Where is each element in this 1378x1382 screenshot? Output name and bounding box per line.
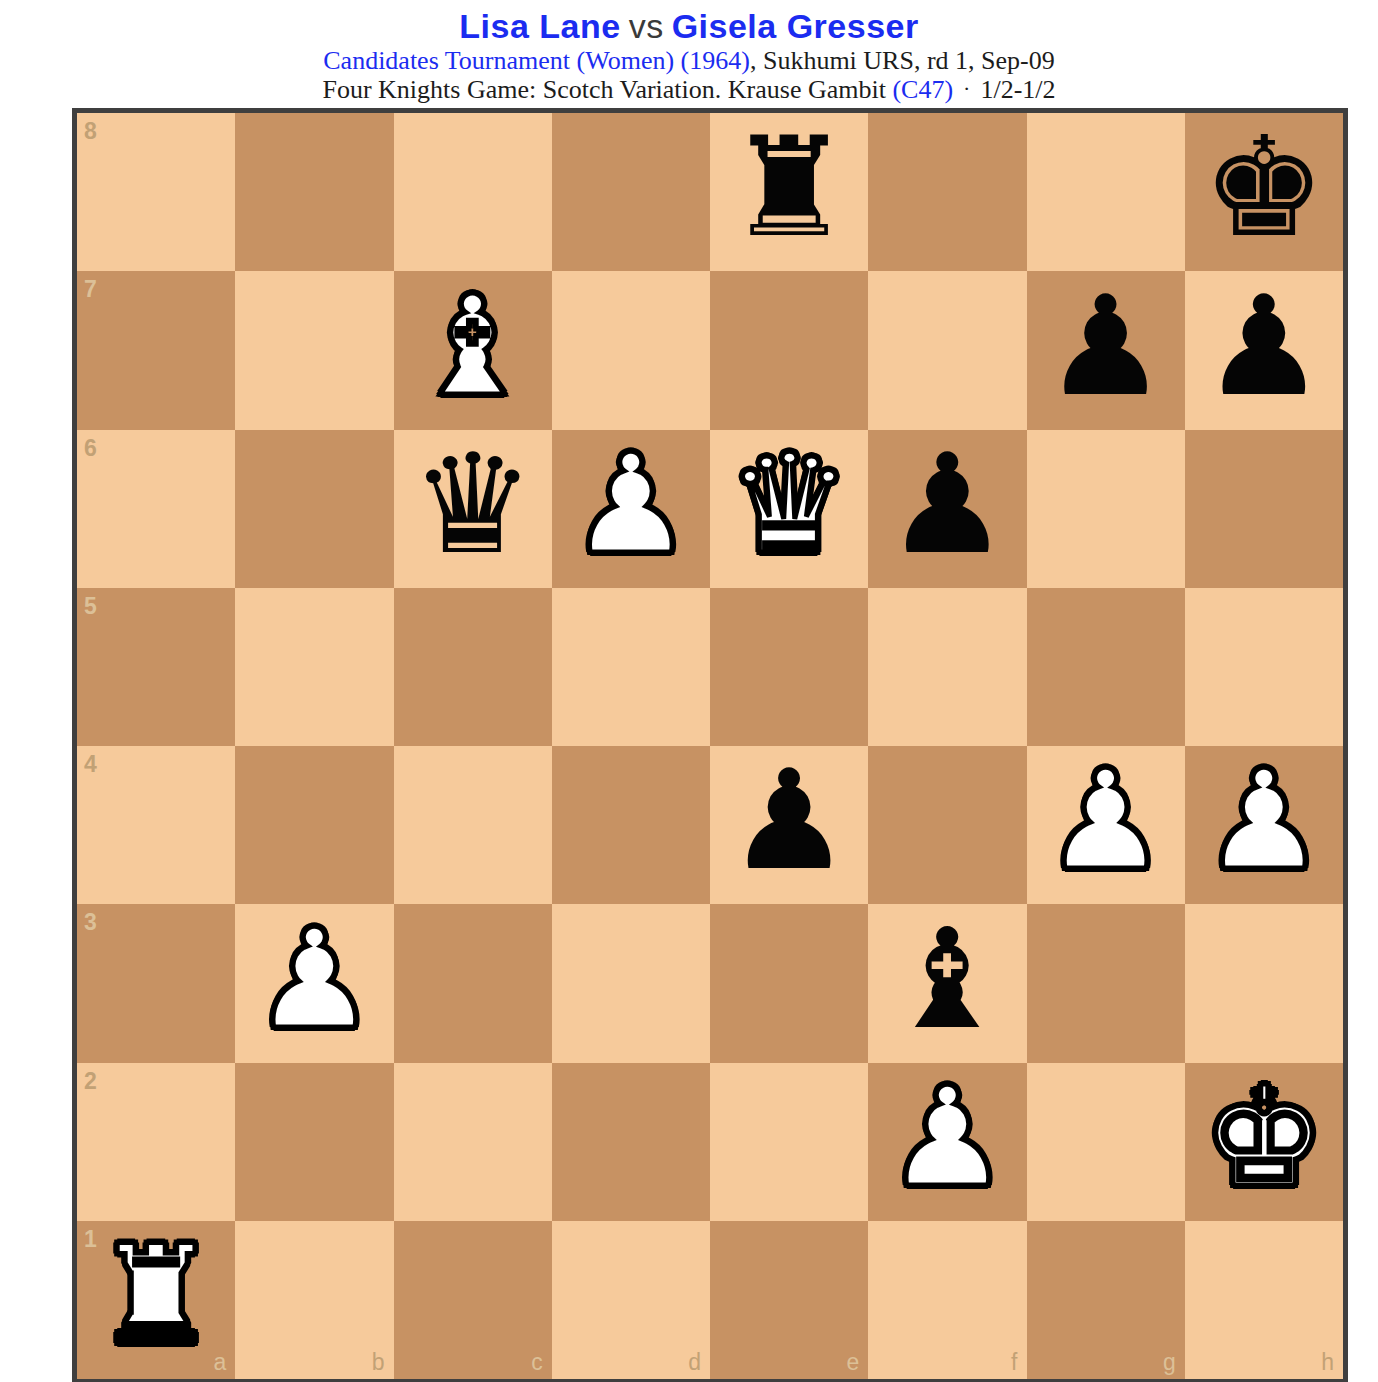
event-detail: , Sukhumi URS, rd 1, Sep-09	[750, 46, 1055, 75]
file-label-g: g	[1163, 1349, 1176, 1376]
file-label-f: f	[1011, 1349, 1017, 1376]
square-h8: ♚	[1185, 113, 1343, 271]
square-c4	[394, 746, 552, 904]
square-b3: ♟	[235, 904, 393, 1062]
square-g4: ♟	[1027, 746, 1185, 904]
square-g1: g	[1027, 1221, 1185, 1379]
square-a6: 6	[77, 430, 235, 588]
white-pawn-h4: ♟	[1202, 752, 1326, 890]
square-e8: ♜	[710, 113, 868, 271]
square-g8	[1027, 113, 1185, 271]
square-b1: b	[235, 1221, 393, 1379]
square-g5	[1027, 588, 1185, 746]
square-d5	[552, 588, 710, 746]
square-b2	[235, 1063, 393, 1221]
square-h7: ♟	[1185, 271, 1343, 429]
square-h1: h	[1185, 1221, 1343, 1379]
chess-board: 8♜♚7♝♟♟6♛♟♛♟54♟♟♟3♟♝2♟♚1a♜bcdefgh	[72, 108, 1348, 1382]
square-f8	[868, 113, 1026, 271]
square-h2: ♚	[1185, 1063, 1343, 1221]
square-c2	[394, 1063, 552, 1221]
black-pawn-e4: ♟	[727, 752, 851, 890]
black-pawn-f6: ♟	[886, 436, 1010, 574]
square-a1: 1a♜	[77, 1221, 235, 1379]
square-f4	[868, 746, 1026, 904]
vs-label: vs	[621, 7, 672, 45]
square-g7: ♟	[1027, 271, 1185, 429]
rank-label-3: 3	[84, 909, 97, 936]
white-bishop-c7: ♝	[411, 278, 535, 416]
square-c8	[394, 113, 552, 271]
file-label-e: e	[846, 1349, 859, 1376]
square-f2: ♟	[868, 1063, 1026, 1221]
white-queen-e6: ♛	[727, 436, 851, 574]
white-king-h2: ♚	[1202, 1069, 1326, 1207]
square-e4: ♟	[710, 746, 868, 904]
rank-label-8: 8	[84, 118, 97, 145]
black-king-h8: ♚	[1202, 119, 1326, 257]
square-e1: e	[710, 1221, 868, 1379]
opening-line: Four Knights Game: Scotch Variation. Kra…	[0, 75, 1378, 104]
square-e3	[710, 904, 868, 1062]
rank-label-4: 4	[84, 751, 97, 778]
square-f1: f	[868, 1221, 1026, 1379]
square-b4	[235, 746, 393, 904]
square-g2	[1027, 1063, 1185, 1221]
square-d2	[552, 1063, 710, 1221]
square-h5	[1185, 588, 1343, 746]
white-pawn-b3: ♟	[253, 911, 377, 1049]
black-rook-e8: ♜	[727, 119, 851, 257]
square-b8	[235, 113, 393, 271]
rank-label-7: 7	[84, 276, 97, 303]
square-g3	[1027, 904, 1185, 1062]
square-a4: 4	[77, 746, 235, 904]
white-pawn-f2: ♟	[886, 1069, 1010, 1207]
square-f3: ♝	[868, 904, 1026, 1062]
eco-code-link[interactable]: (C47)	[892, 75, 953, 104]
black-pawn-g7: ♟	[1044, 278, 1168, 416]
rank-label-2: 2	[84, 1068, 97, 1095]
square-d8	[552, 113, 710, 271]
square-a7: 7	[77, 271, 235, 429]
square-a5: 5	[77, 588, 235, 746]
game-header: Lisa LanevsGisela Gresser Candidates Tou…	[0, 0, 1378, 104]
square-c1: c	[394, 1221, 552, 1379]
square-a3: 3	[77, 904, 235, 1062]
game-result: 1/2-1/2	[980, 75, 1055, 104]
square-e6: ♛	[710, 430, 868, 588]
black-bishop-f3: ♝	[886, 911, 1010, 1049]
dot-separator: ·	[953, 76, 980, 101]
rank-label-6: 6	[84, 435, 97, 462]
square-c5	[394, 588, 552, 746]
square-c7: ♝	[394, 271, 552, 429]
square-d7	[552, 271, 710, 429]
event-line: Candidates Tournament (Women) (1964), Su…	[0, 46, 1378, 75]
square-d6: ♟	[552, 430, 710, 588]
square-d3	[552, 904, 710, 1062]
event-link[interactable]: Candidates Tournament (Women) (1964)	[323, 46, 750, 75]
square-e5	[710, 588, 868, 746]
square-a2: 2	[77, 1063, 235, 1221]
square-d1: d	[552, 1221, 710, 1379]
square-f6: ♟	[868, 430, 1026, 588]
file-label-d: d	[688, 1349, 701, 1376]
black-pawn-h7: ♟	[1202, 278, 1326, 416]
white-player-link[interactable]: Lisa Lane	[459, 7, 620, 45]
square-c3	[394, 904, 552, 1062]
white-pawn-d6: ♟	[569, 436, 693, 574]
square-a8: 8	[77, 113, 235, 271]
square-h6	[1185, 430, 1343, 588]
square-c6: ♛	[394, 430, 552, 588]
opening-name: Four Knights Game: Scotch Variation. Kra…	[322, 75, 885, 104]
square-d4	[552, 746, 710, 904]
black-player-link[interactable]: Gisela Gresser	[672, 7, 919, 45]
file-label-b: b	[372, 1349, 385, 1376]
square-f7	[868, 271, 1026, 429]
square-e2	[710, 1063, 868, 1221]
white-pawn-g4: ♟	[1044, 752, 1168, 890]
square-b6	[235, 430, 393, 588]
file-label-h: h	[1321, 1349, 1334, 1376]
square-e7	[710, 271, 868, 429]
file-label-c: c	[531, 1349, 543, 1376]
square-h4: ♟	[1185, 746, 1343, 904]
square-g6	[1027, 430, 1185, 588]
square-b5	[235, 588, 393, 746]
black-queen-c6: ♛	[411, 436, 535, 574]
white-rook-a1: ♜	[94, 1227, 218, 1365]
square-f5	[868, 588, 1026, 746]
square-h3	[1185, 904, 1343, 1062]
game-title: Lisa LanevsGisela Gresser	[0, 7, 1378, 46]
rank-label-5: 5	[84, 593, 97, 620]
square-b7	[235, 271, 393, 429]
